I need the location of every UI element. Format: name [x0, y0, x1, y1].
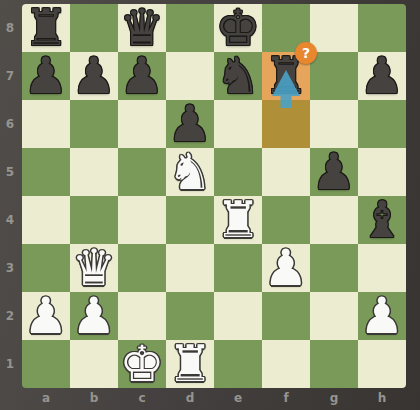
square-f5[interactable] — [262, 148, 310, 196]
white-pawn-h2[interactable]: ♟ — [358, 292, 406, 340]
square-b1[interactable] — [70, 340, 118, 388]
square-a3[interactable] — [22, 244, 70, 292]
square-e2[interactable] — [214, 292, 262, 340]
rank-coordinates: 87654321 — [0, 4, 22, 388]
chess-board: ♜♛♚♟♟♟♞♜♟♟♞♟♜♝♛♟♟♟♟♚♜ ? — [22, 4, 406, 388]
square-h1[interactable] — [358, 340, 406, 388]
file-coordinates: abcdefgh — [22, 388, 406, 410]
file-label-b: b — [70, 388, 118, 410]
file-label-f: f — [262, 388, 310, 410]
square-e7[interactable]: ♞ — [214, 52, 262, 100]
square-h3[interactable] — [358, 244, 406, 292]
square-g2[interactable] — [310, 292, 358, 340]
square-e3[interactable] — [214, 244, 262, 292]
black-queen-c8[interactable]: ♛ — [118, 4, 166, 52]
white-rook-d1[interactable]: ♜ — [166, 340, 214, 388]
mistake-badge-symbol: ? — [302, 45, 310, 61]
square-h2[interactable]: ♟ — [358, 292, 406, 340]
file-label-e: e — [214, 388, 262, 410]
rank-label-8: 8 — [0, 4, 20, 52]
square-e4[interactable]: ♜ — [214, 196, 262, 244]
square-a4[interactable] — [22, 196, 70, 244]
chess-app-window: 87654321 ♜♛♚♟♟♟♞♜♟♟♞♟♜♝♛♟♟♟♟♚♜ ? abcdefg… — [0, 0, 420, 410]
square-d5[interactable]: ♞ — [166, 148, 214, 196]
square-g4[interactable] — [310, 196, 358, 244]
board-squares: ♜♛♚♟♟♟♞♜♟♟♞♟♜♝♛♟♟♟♟♚♜ — [22, 4, 406, 388]
square-c5[interactable] — [118, 148, 166, 196]
square-a7[interactable]: ♟ — [22, 52, 70, 100]
square-b3[interactable]: ♛ — [70, 244, 118, 292]
black-pawn-g5[interactable]: ♟ — [310, 148, 358, 196]
square-a5[interactable] — [22, 148, 70, 196]
square-b2[interactable]: ♟ — [70, 292, 118, 340]
rank-label-7: 7 — [0, 52, 20, 100]
square-b4[interactable] — [70, 196, 118, 244]
square-f4[interactable] — [262, 196, 310, 244]
square-f2[interactable] — [262, 292, 310, 340]
square-d6[interactable]: ♟ — [166, 100, 214, 148]
square-h7[interactable]: ♟ — [358, 52, 406, 100]
square-g8[interactable] — [310, 4, 358, 52]
white-pawn-b2[interactable]: ♟ — [70, 292, 118, 340]
square-g3[interactable] — [310, 244, 358, 292]
white-king-c1[interactable]: ♚ — [118, 340, 166, 388]
square-d4[interactable] — [166, 196, 214, 244]
rank-label-1: 1 — [0, 340, 20, 388]
square-c2[interactable] — [118, 292, 166, 340]
rank-label-2: 2 — [0, 292, 20, 340]
file-label-c: c — [118, 388, 166, 410]
square-c1[interactable]: ♚ — [118, 340, 166, 388]
square-d2[interactable] — [166, 292, 214, 340]
black-king-e8[interactable]: ♚ — [214, 4, 262, 52]
white-pawn-f3[interactable]: ♟ — [262, 244, 310, 292]
square-c4[interactable] — [118, 196, 166, 244]
mistake-badge-icon: ? — [295, 42, 317, 64]
square-a8[interactable]: ♜ — [22, 4, 70, 52]
rank-label-3: 3 — [0, 244, 20, 292]
square-f1[interactable] — [262, 340, 310, 388]
black-bishop-h4[interactable]: ♝ — [358, 196, 406, 244]
square-g6[interactable] — [310, 100, 358, 148]
square-f3[interactable]: ♟ — [262, 244, 310, 292]
square-d8[interactable] — [166, 4, 214, 52]
square-c7[interactable]: ♟ — [118, 52, 166, 100]
square-g7[interactable] — [310, 52, 358, 100]
square-e6[interactable] — [214, 100, 262, 148]
white-pawn-a2[interactable]: ♟ — [22, 292, 70, 340]
black-pawn-c7[interactable]: ♟ — [118, 52, 166, 100]
square-a6[interactable] — [22, 100, 70, 148]
square-h5[interactable] — [358, 148, 406, 196]
square-e5[interactable] — [214, 148, 262, 196]
square-a2[interactable]: ♟ — [22, 292, 70, 340]
square-h8[interactable] — [358, 4, 406, 52]
square-g5[interactable]: ♟ — [310, 148, 358, 196]
square-c8[interactable]: ♛ — [118, 4, 166, 52]
square-c3[interactable] — [118, 244, 166, 292]
rank-label-6: 6 — [0, 100, 20, 148]
black-pawn-h7[interactable]: ♟ — [358, 52, 406, 100]
black-pawn-b7[interactable]: ♟ — [70, 52, 118, 100]
file-label-d: d — [166, 388, 214, 410]
square-a1[interactable] — [22, 340, 70, 388]
square-c6[interactable] — [118, 100, 166, 148]
white-rook-e4[interactable]: ♜ — [214, 196, 262, 244]
black-pawn-d6[interactable]: ♟ — [166, 100, 214, 148]
white-knight-d5[interactable]: ♞ — [166, 148, 214, 196]
white-queen-b3[interactable]: ♛ — [70, 244, 118, 292]
file-label-h: h — [358, 388, 406, 410]
square-d7[interactable] — [166, 52, 214, 100]
square-d3[interactable] — [166, 244, 214, 292]
black-knight-e7[interactable]: ♞ — [214, 52, 262, 100]
square-e1[interactable] — [214, 340, 262, 388]
square-e8[interactable]: ♚ — [214, 4, 262, 52]
square-b8[interactable] — [70, 4, 118, 52]
square-b6[interactable] — [70, 100, 118, 148]
black-rook-a8[interactable]: ♜ — [22, 4, 70, 52]
file-label-g: g — [310, 388, 358, 410]
rank-label-4: 4 — [0, 196, 20, 244]
square-b5[interactable] — [70, 148, 118, 196]
square-h6[interactable] — [358, 100, 406, 148]
square-h4[interactable]: ♝ — [358, 196, 406, 244]
square-b7[interactable]: ♟ — [70, 52, 118, 100]
file-label-a: a — [22, 388, 70, 410]
square-d1[interactable]: ♜ — [166, 340, 214, 388]
square-g1[interactable] — [310, 340, 358, 388]
square-f6[interactable] — [262, 100, 310, 148]
rank-label-5: 5 — [0, 148, 20, 196]
black-pawn-a7[interactable]: ♟ — [22, 52, 70, 100]
